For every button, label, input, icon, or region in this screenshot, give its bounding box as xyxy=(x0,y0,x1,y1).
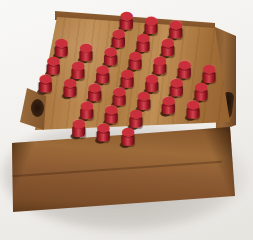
peg-top: ● xyxy=(79,41,93,53)
peg-top: ● xyxy=(145,72,159,84)
peg-top: ● xyxy=(153,54,167,66)
peg-top: ● xyxy=(96,121,110,133)
peg-top: ● xyxy=(71,59,85,71)
peg-top: ● xyxy=(137,90,151,102)
peg-top: ● xyxy=(121,125,135,137)
peg-top: ● xyxy=(71,117,85,129)
peg-top: ● xyxy=(103,45,117,57)
red-peg[interactable]: ● xyxy=(63,80,76,96)
peg-top: ● xyxy=(186,98,200,110)
peg-top: ● xyxy=(136,32,150,44)
peg-top: ● xyxy=(202,62,216,74)
peg-top: ● xyxy=(87,81,101,93)
peg-top: ● xyxy=(119,9,133,21)
peg-top: ● xyxy=(194,80,208,92)
red-peg[interactable]: ● xyxy=(39,76,52,92)
red-peg[interactable]: ● xyxy=(72,121,85,137)
peg-top: ● xyxy=(120,67,134,79)
peg-top: ● xyxy=(177,58,191,70)
peg-top: ● xyxy=(95,63,109,75)
red-peg[interactable]: ● xyxy=(162,98,175,114)
peg-top: ● xyxy=(112,85,126,97)
red-peg[interactable]: ● xyxy=(186,102,199,118)
peg-top: ● xyxy=(46,54,60,66)
red-peg[interactable]: ● xyxy=(121,129,134,145)
peg-top: ● xyxy=(111,27,125,39)
peg-top: ● xyxy=(169,76,183,88)
peg-top: ● xyxy=(128,49,142,61)
peg-top: ● xyxy=(38,72,52,84)
peg-top: ● xyxy=(54,36,68,48)
product-photo: ●●●●●●●●●●●●●●●●●●●●●●●●●●●●●●●●● xyxy=(0,0,253,240)
peg-top: ● xyxy=(63,77,77,89)
peg-top: ● xyxy=(104,103,118,115)
peg-top: ● xyxy=(79,99,93,111)
peg-top: ● xyxy=(160,36,174,48)
red-peg[interactable]: ● xyxy=(97,125,110,141)
peg-top: ● xyxy=(168,18,182,30)
peg-top: ● xyxy=(144,14,158,26)
peg-top: ● xyxy=(129,107,143,119)
peg-top: ● xyxy=(161,94,175,106)
